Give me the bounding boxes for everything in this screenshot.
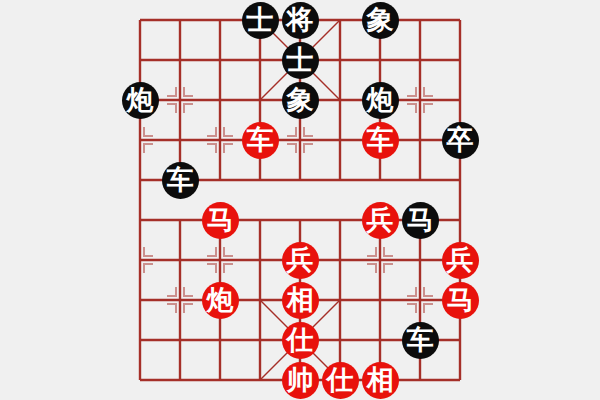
piece-glyph: 炮 [207, 286, 234, 313]
piece-glyph: 兵 [367, 206, 394, 233]
piece-black-cannon[interactable]: 炮 [362, 82, 399, 119]
piece-red-pawn[interactable]: 兵 [282, 242, 319, 279]
piece-glyph: 马 [447, 286, 474, 313]
piece-black-advisor[interactable]: 士 [242, 2, 279, 39]
piece-glyph: 象 [367, 6, 394, 33]
piece-red-horse[interactable]: 马 [202, 202, 239, 239]
piece-black-chariot[interactable]: 车 [402, 322, 439, 359]
piece-glyph: 将 [287, 6, 314, 33]
piece-glyph: 炮 [127, 86, 154, 113]
pieces-layer: 士将象士炮象炮车车卒车马兵马兵兵炮相马仕车帅仕相 [120, 0, 480, 400]
piece-glyph: 马 [207, 206, 234, 233]
piece-red-general[interactable]: 帅 [282, 362, 319, 399]
piece-red-elephant[interactable]: 相 [282, 282, 319, 319]
piece-glyph: 士 [287, 46, 314, 73]
piece-glyph: 车 [407, 326, 434, 353]
piece-glyph: 车 [367, 126, 394, 153]
piece-red-pawn[interactable]: 兵 [442, 242, 479, 279]
piece-black-elephant[interactable]: 象 [362, 2, 399, 39]
piece-red-elephant[interactable]: 相 [362, 362, 399, 399]
piece-glyph: 兵 [447, 246, 474, 273]
piece-glyph: 象 [287, 86, 314, 113]
piece-glyph: 士 [247, 6, 274, 33]
piece-glyph: 车 [167, 166, 194, 193]
xiangqi-board[interactable]: 士将象士炮象炮车车卒车马兵马兵兵炮相马仕车帅仕相 [0, 0, 600, 400]
piece-black-cannon[interactable]: 炮 [122, 82, 159, 119]
piece-red-chariot[interactable]: 车 [362, 122, 399, 159]
piece-glyph: 车 [247, 126, 274, 153]
piece-glyph: 卒 [447, 126, 474, 153]
piece-black-advisor[interactable]: 士 [282, 42, 319, 79]
piece-black-elephant[interactable]: 象 [282, 82, 319, 119]
piece-glyph: 马 [407, 206, 434, 233]
piece-glyph: 仕 [327, 366, 354, 393]
piece-glyph: 帅 [287, 366, 314, 393]
piece-black-pawn[interactable]: 卒 [442, 122, 479, 159]
piece-black-horse[interactable]: 马 [402, 202, 439, 239]
piece-red-advisor[interactable]: 仕 [282, 322, 319, 359]
piece-red-pawn[interactable]: 兵 [362, 202, 399, 239]
piece-black-chariot[interactable]: 车 [162, 162, 199, 199]
piece-glyph: 相 [287, 286, 314, 313]
piece-glyph: 仕 [287, 326, 314, 353]
piece-red-cannon[interactable]: 炮 [202, 282, 239, 319]
piece-glyph: 兵 [287, 246, 314, 273]
piece-red-advisor[interactable]: 仕 [322, 362, 359, 399]
piece-glyph: 相 [367, 366, 394, 393]
piece-red-chariot[interactable]: 车 [242, 122, 279, 159]
piece-glyph: 炮 [367, 86, 394, 113]
piece-red-horse[interactable]: 马 [442, 282, 479, 319]
piece-black-general[interactable]: 将 [282, 2, 319, 39]
